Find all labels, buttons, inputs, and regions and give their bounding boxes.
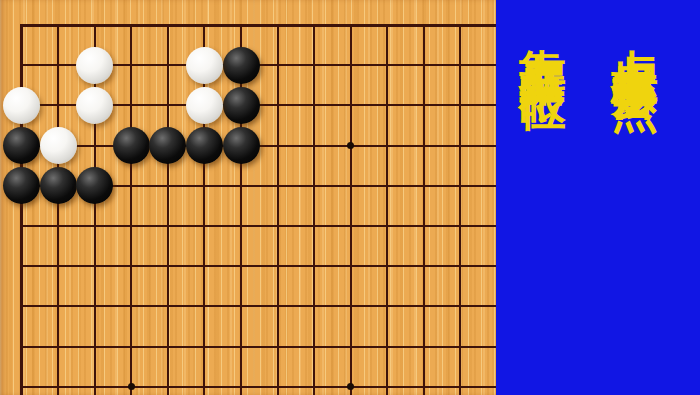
- grid-line-vertical: [20, 24, 23, 395]
- grid-line-vertical: [313, 24, 315, 395]
- black-stone: [3, 127, 40, 164]
- star-point: [347, 383, 354, 390]
- screenshot-root: 点占据棋形要点 靠占据二二眼位: [0, 0, 700, 395]
- caption-column-left: 靠占据二二眼位: [520, 11, 567, 53]
- grid-line-horizontal: [20, 225, 496, 227]
- black-stone: [223, 87, 260, 124]
- star-point: [347, 142, 354, 149]
- white-stone: [3, 87, 40, 124]
- grid-line-horizontal: [20, 386, 496, 388]
- white-stone: [186, 87, 223, 124]
- black-stone: [76, 167, 113, 204]
- grid-line-vertical: [386, 24, 388, 395]
- grid-line-horizontal: [20, 305, 496, 307]
- grid-line-horizontal: [20, 346, 496, 348]
- black-stone: [3, 167, 40, 204]
- grid-line-vertical: [57, 24, 59, 395]
- caption-panel: 点占据棋形要点 靠占据二二眼位: [496, 0, 700, 395]
- black-stone: [40, 167, 77, 204]
- grid-line-vertical: [277, 24, 279, 395]
- white-stone: [76, 47, 113, 84]
- grid-line-vertical: [423, 24, 425, 395]
- grid-line-vertical: [459, 24, 461, 395]
- white-stone: [76, 87, 113, 124]
- black-stone: [223, 127, 260, 164]
- caption-column-right: 点占据棋形要点: [612, 11, 659, 53]
- star-point: [128, 383, 135, 390]
- black-stone: [186, 127, 223, 164]
- white-stone: [186, 47, 223, 84]
- grid-line-vertical: [130, 24, 132, 395]
- white-stone: [40, 127, 77, 164]
- black-stone: [149, 127, 186, 164]
- go-board: [0, 0, 496, 395]
- grid-line-horizontal: [20, 265, 496, 267]
- grid-line-horizontal: [20, 24, 496, 27]
- grid-line-vertical: [167, 24, 169, 395]
- black-stone: [223, 47, 260, 84]
- black-stone: [113, 127, 150, 164]
- grid-line-vertical: [350, 24, 352, 395]
